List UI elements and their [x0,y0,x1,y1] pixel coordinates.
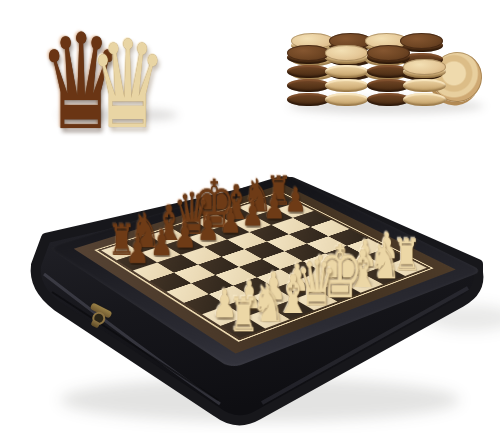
piece-glyph: ♟ [150,226,173,262]
product-photo-stage: ♜♞♝♛♚♝♞♜♟♟♟♟♟♟♟♟♟♟♟♟♟♟♟♟♜♞♝♛♚♝♞♜ ♛ ♛ [0,0,500,433]
light-queen-glyph: ♛ [89,25,167,146]
square-a7[interactable]: ♟ [117,252,157,270]
square-a1[interactable]: ♜ [221,317,265,338]
